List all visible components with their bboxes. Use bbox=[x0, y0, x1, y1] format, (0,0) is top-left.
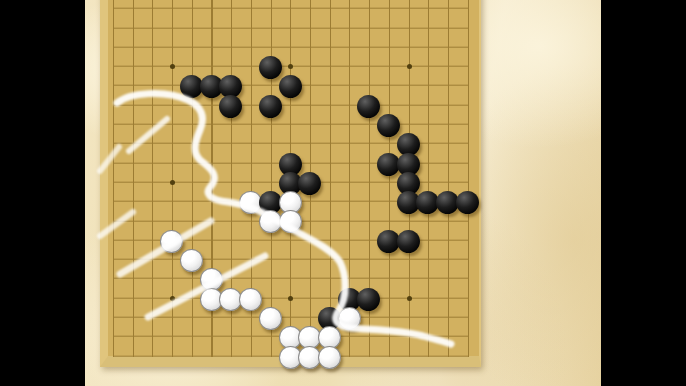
board-intersection bbox=[162, 230, 182, 249]
board-intersection bbox=[201, 268, 221, 287]
white-stone bbox=[279, 210, 302, 233]
black-stone bbox=[357, 288, 380, 311]
board-intersection bbox=[320, 326, 340, 345]
board-intersection bbox=[379, 114, 399, 133]
board-grid bbox=[103, 0, 477, 365]
board-intersection bbox=[320, 307, 340, 326]
white-stone bbox=[160, 230, 183, 253]
black-stone bbox=[397, 230, 420, 253]
black-stone bbox=[298, 172, 321, 195]
board-intersection bbox=[398, 191, 418, 210]
black-stone bbox=[219, 95, 242, 118]
board-intersection bbox=[280, 326, 300, 345]
board-intersection bbox=[280, 191, 300, 210]
black-stone bbox=[259, 95, 282, 118]
black-stone bbox=[377, 114, 400, 137]
board-intersection bbox=[398, 230, 418, 249]
white-stone bbox=[338, 307, 361, 330]
board-intersection bbox=[221, 75, 241, 94]
board-intersection bbox=[339, 287, 359, 306]
white-stone bbox=[318, 346, 341, 369]
board-intersection bbox=[359, 94, 379, 113]
board-intersection bbox=[201, 75, 221, 94]
black-stone bbox=[456, 191, 479, 214]
board-intersection bbox=[398, 172, 418, 191]
board-intersection bbox=[300, 345, 320, 364]
board-intersection bbox=[320, 345, 340, 364]
board-intersection bbox=[261, 94, 281, 113]
board-intersection bbox=[359, 287, 379, 306]
board-intersection bbox=[300, 326, 320, 345]
board-intersection bbox=[280, 210, 300, 229]
board-intersection bbox=[201, 287, 221, 306]
board-intersection bbox=[241, 287, 261, 306]
board-intersection bbox=[182, 75, 202, 94]
board-intersection bbox=[418, 191, 438, 210]
board-intersection bbox=[457, 191, 477, 210]
board-intersection bbox=[261, 191, 281, 210]
board-intersection bbox=[398, 133, 418, 152]
board-intersection bbox=[241, 191, 261, 210]
board-intersection bbox=[261, 56, 281, 75]
board-intersection bbox=[300, 172, 320, 191]
black-stone bbox=[279, 75, 302, 98]
board-intersection bbox=[339, 307, 359, 326]
board-intersection bbox=[261, 210, 281, 229]
black-stone bbox=[259, 56, 282, 79]
white-stone bbox=[259, 307, 282, 330]
board-intersection bbox=[280, 345, 300, 364]
board-intersection bbox=[280, 152, 300, 171]
board-intersection bbox=[379, 152, 399, 171]
board-intersection bbox=[221, 94, 241, 113]
board-intersection bbox=[182, 249, 202, 268]
board-intersection bbox=[221, 287, 241, 306]
board-intersection bbox=[280, 172, 300, 191]
white-stone bbox=[180, 249, 203, 272]
video-frame bbox=[0, 0, 686, 386]
board-intersection bbox=[280, 75, 300, 94]
board-intersection bbox=[438, 191, 458, 210]
board-intersection bbox=[398, 152, 418, 171]
white-stone bbox=[239, 288, 262, 311]
board-intersection bbox=[379, 230, 399, 249]
black-stone bbox=[357, 95, 380, 118]
board-intersection bbox=[261, 307, 281, 326]
